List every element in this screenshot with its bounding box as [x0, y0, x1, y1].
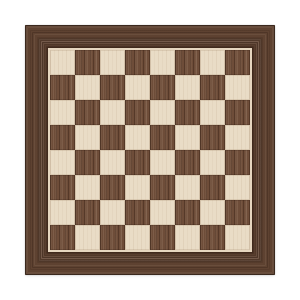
board-frame-top — [25, 25, 275, 50]
square-c3[interactable] — [100, 175, 125, 200]
square-b8[interactable] — [75, 50, 100, 75]
square-f5[interactable] — [175, 125, 200, 150]
square-b7[interactable] — [75, 75, 100, 100]
square-h8[interactable] — [225, 50, 250, 75]
square-c2[interactable] — [100, 200, 125, 225]
square-g8[interactable] — [200, 50, 225, 75]
square-b4[interactable] — [75, 150, 100, 175]
square-g3[interactable] — [200, 175, 225, 200]
square-d7[interactable] — [125, 75, 150, 100]
square-c4[interactable] — [100, 150, 125, 175]
square-a1[interactable] — [50, 225, 75, 250]
square-g2[interactable] — [200, 200, 225, 225]
square-f6[interactable] — [175, 100, 200, 125]
square-g1[interactable] — [200, 225, 225, 250]
square-b6[interactable] — [75, 100, 100, 125]
square-g7[interactable] — [200, 75, 225, 100]
square-a5[interactable] — [50, 125, 75, 150]
square-a3[interactable] — [50, 175, 75, 200]
product-photo-background — [0, 0, 300, 300]
square-h7[interactable] — [225, 75, 250, 100]
square-g5[interactable] — [200, 125, 225, 150]
square-h2[interactable] — [225, 200, 250, 225]
square-d2[interactable] — [125, 200, 150, 225]
square-d4[interactable] — [125, 150, 150, 175]
board-frame-bottom — [25, 250, 275, 275]
square-h1[interactable] — [225, 225, 250, 250]
square-c5[interactable] — [100, 125, 125, 150]
square-h5[interactable] — [225, 125, 250, 150]
square-b1[interactable] — [75, 225, 100, 250]
square-e4[interactable] — [150, 150, 175, 175]
square-e1[interactable] — [150, 225, 175, 250]
square-e5[interactable] — [150, 125, 175, 150]
board-grid — [48, 48, 252, 252]
square-c8[interactable] — [100, 50, 125, 75]
square-d5[interactable] — [125, 125, 150, 150]
square-e2[interactable] — [150, 200, 175, 225]
square-a7[interactable] — [50, 75, 75, 100]
square-f3[interactable] — [175, 175, 200, 200]
square-e6[interactable] — [150, 100, 175, 125]
chessboard — [25, 25, 275, 275]
square-a4[interactable] — [50, 150, 75, 175]
square-d1[interactable] — [125, 225, 150, 250]
square-a8[interactable] — [50, 50, 75, 75]
square-c7[interactable] — [100, 75, 125, 100]
square-c6[interactable] — [100, 100, 125, 125]
square-b3[interactable] — [75, 175, 100, 200]
square-a2[interactable] — [50, 200, 75, 225]
square-f2[interactable] — [175, 200, 200, 225]
board-frame-right — [250, 25, 275, 275]
square-h3[interactable] — [225, 175, 250, 200]
square-a6[interactable] — [50, 100, 75, 125]
square-f8[interactable] — [175, 50, 200, 75]
square-f4[interactable] — [175, 150, 200, 175]
square-e8[interactable] — [150, 50, 175, 75]
square-d3[interactable] — [125, 175, 150, 200]
square-b2[interactable] — [75, 200, 100, 225]
square-f1[interactable] — [175, 225, 200, 250]
square-g6[interactable] — [200, 100, 225, 125]
board-frame-left — [25, 25, 50, 275]
square-d8[interactable] — [125, 50, 150, 75]
square-e7[interactable] — [150, 75, 175, 100]
square-h6[interactable] — [225, 100, 250, 125]
square-h4[interactable] — [225, 150, 250, 175]
square-c1[interactable] — [100, 225, 125, 250]
square-d6[interactable] — [125, 100, 150, 125]
square-b5[interactable] — [75, 125, 100, 150]
square-e3[interactable] — [150, 175, 175, 200]
square-g4[interactable] — [200, 150, 225, 175]
square-f7[interactable] — [175, 75, 200, 100]
